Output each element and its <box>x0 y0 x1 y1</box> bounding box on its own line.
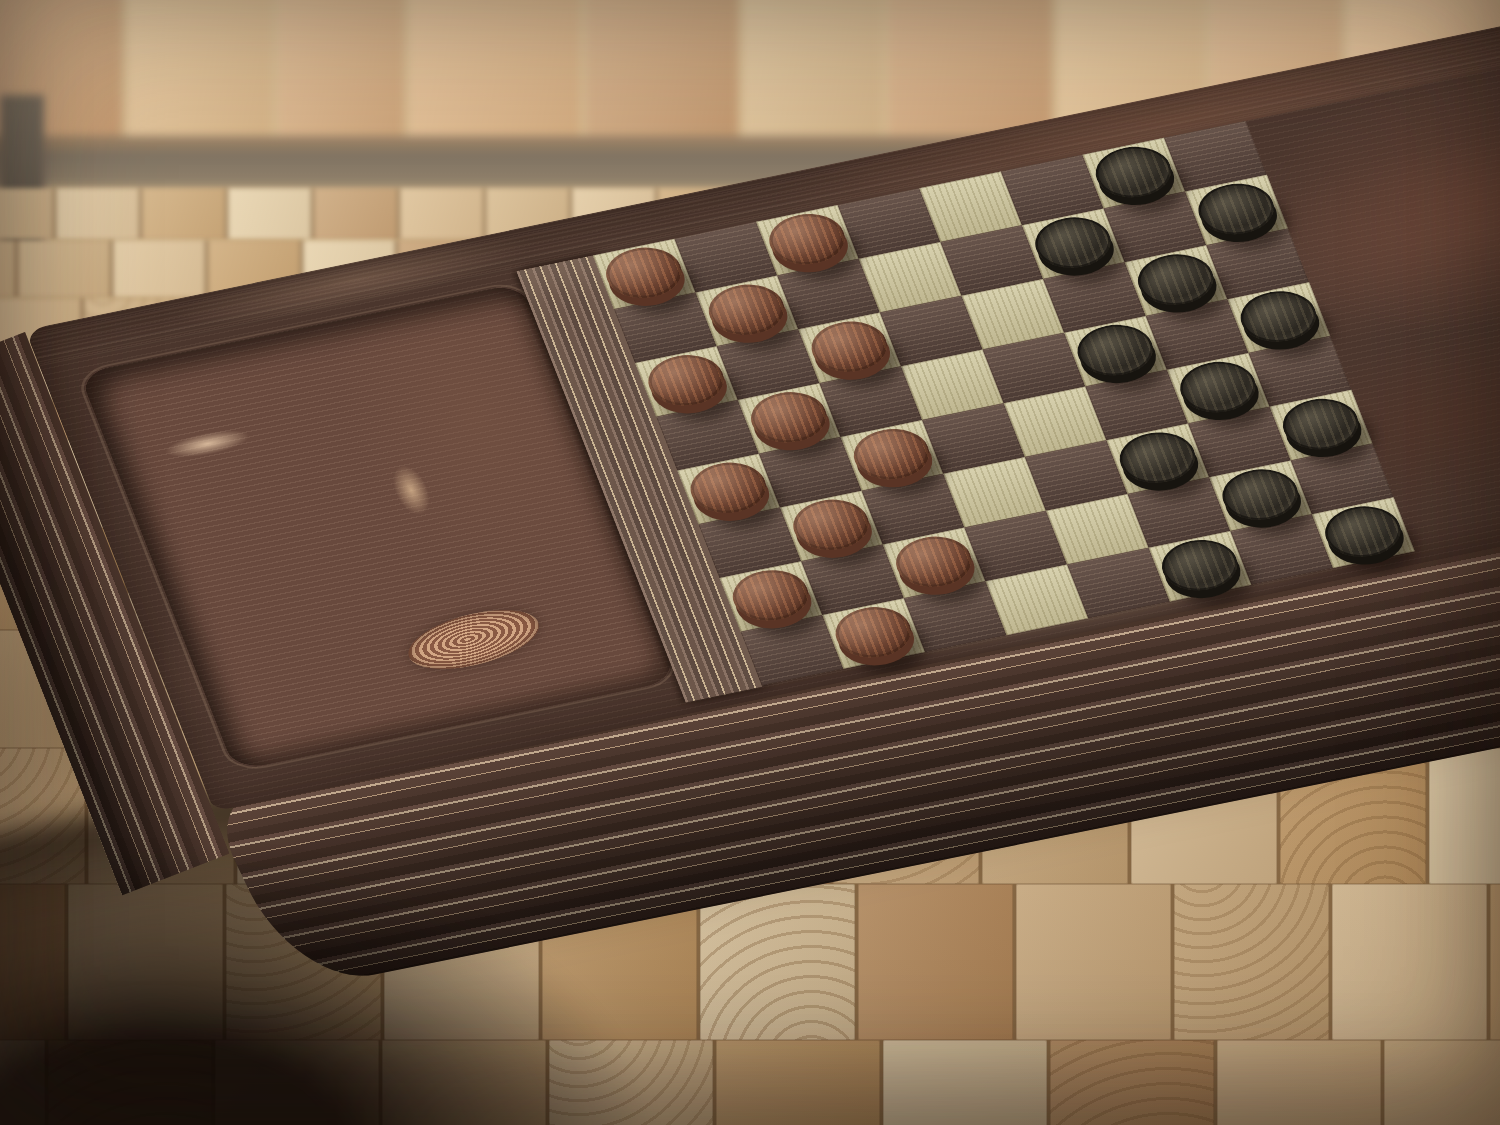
checker-piece-brown[interactable]: ⛀ <box>803 315 895 378</box>
floor-block <box>716 1040 880 1125</box>
checker-piece-dark[interactable]: ⛂ <box>1154 534 1246 597</box>
checker-piece-brown[interactable]: ⛀ <box>598 241 690 304</box>
floor-block <box>0 188 53 240</box>
floor-block <box>1217 1040 1381 1125</box>
floor-block <box>1050 1040 1214 1125</box>
checker-piece-dark[interactable]: ⛂ <box>1214 463 1306 526</box>
checker-piece-dark[interactable]: ⛂ <box>1190 177 1282 240</box>
floor-block <box>1384 1040 1500 1125</box>
checker-piece-brown[interactable]: ⛀ <box>701 278 793 341</box>
wall-block <box>888 0 1052 138</box>
checker-piece-dark[interactable]: ⛂ <box>1027 211 1119 274</box>
checker-piece-brown[interactable]: ⛀ <box>761 208 853 271</box>
checker-piece-brown[interactable]: ⛀ <box>725 564 817 627</box>
checker-piece-brown[interactable]: ⛀ <box>888 530 980 593</box>
floor-block <box>883 1040 1047 1125</box>
checker-piece-brown[interactable]: ⛀ <box>827 601 919 664</box>
floor-block <box>314 188 397 240</box>
wall-block <box>278 0 404 138</box>
wall-block <box>586 0 738 138</box>
checker-piece-dark[interactable]: ⛂ <box>1275 392 1367 455</box>
checker-piece-brown[interactable]: ⛀ <box>682 456 774 519</box>
floor-block <box>1174 884 1329 1040</box>
checker-piece-brown[interactable]: ⛀ <box>785 493 877 556</box>
checker-piece-brown[interactable]: ⛀ <box>845 423 937 486</box>
floor-block <box>0 240 15 298</box>
wall-block <box>744 0 882 138</box>
corner-shadow <box>0 850 650 1125</box>
checker-piece-dark[interactable]: ⛂ <box>1111 426 1203 489</box>
floor-block <box>18 240 110 298</box>
floor-block <box>113 240 205 298</box>
tray-knot <box>396 598 550 681</box>
floor-block <box>56 188 139 240</box>
checker-piece-dark[interactable]: ⛂ <box>1172 355 1264 418</box>
floor-block <box>1332 884 1487 1040</box>
floor-block <box>1016 884 1171 1040</box>
wall-block <box>128 0 272 138</box>
floor-block <box>400 188 483 240</box>
checker-piece-dark[interactable]: ⛂ <box>1087 140 1179 203</box>
checker-piece-dark[interactable]: ⛂ <box>1069 318 1161 381</box>
checker-piece-dark[interactable]: ⛂ <box>1317 500 1409 563</box>
wall-block <box>410 0 580 138</box>
floor-block <box>142 188 225 240</box>
scene: ⛀⛀⛂⛀⛂⛂⛀⛀⛂⛀⛂⛂⛀⛀⛂⛀⛂⛂⛀⛀⛂⛀⛂⛂ <box>0 0 1500 1125</box>
checker-piece-brown[interactable]: ⛀ <box>743 386 835 449</box>
checker-piece-dark[interactable]: ⛂ <box>1130 248 1222 311</box>
checker-piece-dark[interactable]: ⛂ <box>1232 285 1324 348</box>
floor-block <box>228 188 311 240</box>
floor-block <box>1490 884 1500 1040</box>
checker-piece-brown[interactable]: ⛀ <box>640 349 732 412</box>
